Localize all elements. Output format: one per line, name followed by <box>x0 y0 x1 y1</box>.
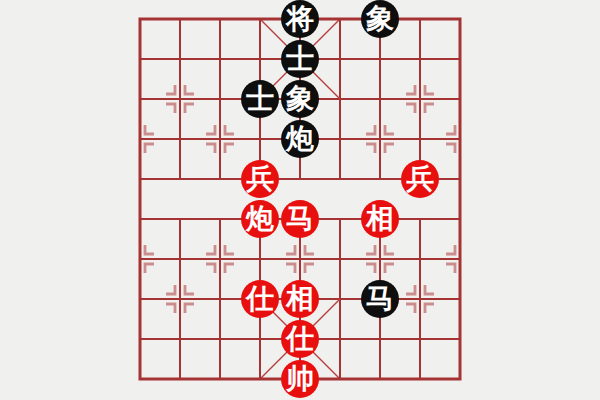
red-pawn[interactable]: 兵 <box>400 159 440 199</box>
red-cannon-glyph: 炮 <box>241 200 279 238</box>
red-horse[interactable]: 马 <box>280 199 320 239</box>
xiangqi-board: 将象士士象炮兵兵炮马相仕相马仕帅 <box>0 0 600 400</box>
black-cannon[interactable]: 炮 <box>280 119 320 159</box>
red-elephant[interactable]: 相 <box>360 199 400 239</box>
red-pawn[interactable]: 兵 <box>240 159 280 199</box>
red-advisor-glyph: 仕 <box>241 280 279 318</box>
black-advisor-glyph: 士 <box>281 40 319 78</box>
red-elephant-glyph: 相 <box>281 280 319 318</box>
black-elephant[interactable]: 象 <box>280 79 320 119</box>
black-horse[interactable]: 马 <box>360 279 400 319</box>
black-horse-glyph: 马 <box>361 280 399 318</box>
black-advisor[interactable]: 士 <box>240 79 280 119</box>
black-general[interactable]: 将 <box>280 0 320 39</box>
red-general[interactable]: 帅 <box>280 359 320 399</box>
red-cannon[interactable]: 炮 <box>240 199 280 239</box>
black-elephant-glyph: 象 <box>281 80 319 118</box>
red-advisor-glyph: 仕 <box>281 320 319 358</box>
red-elephant[interactable]: 相 <box>280 279 320 319</box>
black-general-glyph: 将 <box>281 0 319 38</box>
black-elephant[interactable]: 象 <box>360 0 400 39</box>
red-advisor[interactable]: 仕 <box>240 279 280 319</box>
black-elephant-glyph: 象 <box>361 0 399 38</box>
black-advisor[interactable]: 士 <box>280 39 320 79</box>
black-advisor-glyph: 士 <box>241 80 279 118</box>
red-horse-glyph: 马 <box>281 200 319 238</box>
red-advisor[interactable]: 仕 <box>280 319 320 359</box>
black-cannon-glyph: 炮 <box>281 120 319 158</box>
red-general-glyph: 帅 <box>281 360 319 398</box>
piece-layer: 将象士士象炮兵兵炮马相仕相马仕帅 <box>120 0 480 399</box>
red-pawn-glyph: 兵 <box>241 160 279 198</box>
red-pawn-glyph: 兵 <box>401 160 439 198</box>
red-elephant-glyph: 相 <box>361 200 399 238</box>
